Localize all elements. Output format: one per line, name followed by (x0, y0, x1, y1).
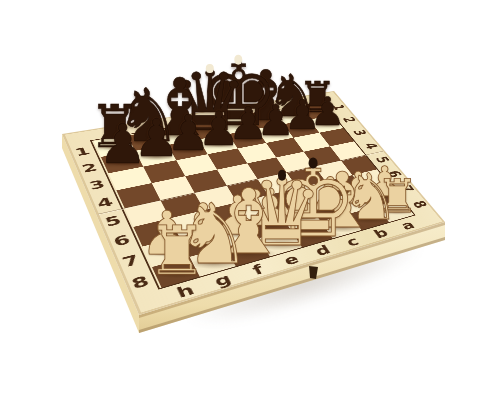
rank-label-right-2: 2 (340, 116, 358, 124)
file-label-bottom-b: b (371, 227, 390, 240)
file-label-bottom-e: e (281, 252, 301, 267)
rank-label-right-7: 7 (397, 184, 416, 194)
file-label-bottom-c: c (344, 235, 361, 248)
rank-label-left-8: 8 (129, 274, 151, 291)
rank-label-left-6: 6 (111, 233, 132, 248)
file-label-bottom-a: a (399, 219, 417, 232)
product-photo-canvas: 11h22g33f44e55d66c77b88a ♜♞♝♚♛♝♞♜♟♟♟♟♟♟♟… (0, 0, 500, 400)
rank-label-right-5: 5 (373, 155, 392, 164)
rank-label-left-3: 3 (87, 178, 106, 191)
rank-label-right-3: 3 (351, 128, 369, 136)
rank-label-left-4: 4 (95, 196, 115, 210)
rank-label-left-5: 5 (103, 214, 123, 228)
file-label-bottom-d: d (313, 243, 333, 258)
rank-label-right-8: 8 (410, 199, 430, 209)
file-label-bottom-g: g (212, 272, 234, 289)
rank-label-right-4: 4 (362, 142, 381, 150)
rank-label-right-6: 6 (385, 169, 404, 178)
file-label-bottom-f: f (250, 263, 265, 277)
file-label-bottom-h: h (174, 283, 196, 300)
rank-label-right-1: 1 (330, 104, 348, 111)
rank-label-left-7: 7 (120, 253, 141, 269)
rank-label-left-2: 2 (80, 162, 99, 174)
rank-label-left-1: 1 (73, 146, 91, 158)
